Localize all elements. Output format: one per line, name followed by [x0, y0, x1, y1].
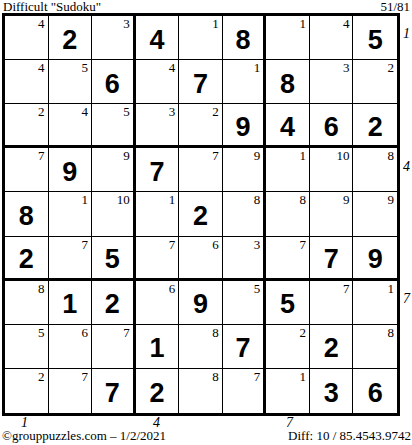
page-header: Difficult "Sudoku" 51/81: [3, 0, 410, 13]
pencil-mark: 9: [343, 192, 350, 207]
cell-r6c4[interactable]: 7: [136, 237, 180, 281]
pencil-mark: 3: [254, 237, 261, 252]
pencil-mark: 3: [343, 60, 350, 75]
cell-r8c8[interactable]: 2: [310, 325, 354, 369]
row-label-4: 4: [403, 160, 410, 174]
copyright-text: ©grouppuzzles.com – 1/2/2021: [2, 429, 166, 443]
given-digit: 2: [179, 192, 222, 235]
pencil-mark: 7: [212, 148, 219, 163]
pencil-mark: 2: [212, 104, 219, 119]
cell-r5c8[interactable]: 9: [310, 192, 354, 236]
cell-r7c5[interactable]: 9: [179, 281, 223, 325]
given-digit: 2: [92, 281, 133, 324]
pencil-mark: 7: [254, 369, 261, 384]
cell-r9c7[interactable]: 1: [266, 369, 310, 413]
cell-r1c1[interactable]: 4: [5, 16, 49, 60]
cell-r7c1[interactable]: 8: [5, 281, 49, 325]
given-digit: 5: [353, 16, 397, 59]
cell-r9c4[interactable]: 2: [136, 369, 180, 413]
cell-r4c8[interactable]: 10: [310, 148, 354, 192]
cell-r2c1[interactable]: 4: [5, 60, 49, 104]
cell-r5c3[interactable]: 10: [92, 192, 136, 236]
pencil-mark: 4: [343, 16, 350, 31]
pencil-mark: 4: [169, 60, 176, 75]
pencil-mark: 2: [388, 60, 395, 75]
given-digit: 3: [310, 369, 353, 413]
pencil-mark: 5: [38, 325, 45, 340]
pencil-mark: 9: [123, 148, 130, 163]
pencil-mark: 5: [82, 60, 89, 75]
cell-r6c6[interactable]: 3: [223, 237, 267, 281]
given-digit: 4: [136, 16, 179, 59]
given-digit: 4: [266, 104, 309, 145]
given-digit: 9: [179, 281, 222, 324]
cell-r6c3[interactable]: 5: [92, 237, 136, 281]
cell-r3c3[interactable]: 5: [92, 104, 136, 148]
cell-r4c6[interactable]: 9: [223, 148, 267, 192]
cell-r5c4[interactable]: 1: [136, 192, 180, 236]
pencil-mark: 6: [212, 237, 219, 252]
cell-r2c3[interactable]: 6: [92, 60, 136, 104]
pencil-mark: 1: [299, 369, 306, 384]
cell-r2c2[interactable]: 5: [49, 60, 93, 104]
cell-r6c8[interactable]: 7: [310, 237, 354, 281]
given-digit: 5: [266, 281, 309, 324]
pencil-mark: 7: [82, 237, 89, 252]
given-digit: 8: [5, 192, 48, 235]
cell-r9c9[interactable]: 6: [353, 369, 397, 413]
pencil-mark: 1: [254, 60, 261, 75]
pencil-mark: 8: [212, 325, 219, 340]
cell-r5c6[interactable]: 8: [223, 192, 267, 236]
cell-r5c9[interactable]: 9: [353, 192, 397, 236]
cell-r9c1[interactable]: 2: [5, 369, 49, 413]
cell-r2c6[interactable]: 1: [223, 60, 267, 104]
pencil-mark: 1: [299, 148, 306, 163]
pencil-mark: 8: [254, 192, 261, 207]
cell-r1c3[interactable]: 3: [92, 16, 136, 60]
cell-r3c5[interactable]: 2: [179, 104, 223, 148]
cell-r2c4[interactable]: 4: [136, 60, 180, 104]
cell-r7c8[interactable]: 7: [310, 281, 354, 325]
pencil-mark: 1: [82, 192, 89, 207]
pencil-mark: 4: [82, 104, 89, 119]
pencil-mark: 10: [117, 192, 130, 207]
cell-r9c6[interactable]: 7: [223, 369, 267, 413]
progress-counter: 51/81: [380, 0, 410, 13]
cell-r6c5[interactable]: 6: [179, 237, 223, 281]
cell-r8c7[interactable]: 2: [266, 325, 310, 369]
cell-r7c9[interactable]: 1: [353, 281, 397, 325]
given-digit: 7: [223, 325, 264, 368]
cell-r4c1[interactable]: 7: [5, 148, 49, 192]
cell-r7c7[interactable]: 5: [266, 281, 310, 325]
cell-r4c3[interactable]: 9: [92, 148, 136, 192]
given-digit: 6: [92, 60, 133, 103]
cell-r9c2[interactable]: 7: [49, 369, 93, 413]
cell-r1c5[interactable]: 1: [179, 16, 223, 60]
pencil-mark: 2: [38, 104, 45, 119]
cell-r4c2[interactable]: 9: [49, 148, 93, 192]
pencil-mark: 1: [299, 16, 306, 31]
given-digit: 7: [310, 237, 353, 278]
cell-r3c2[interactable]: 4: [49, 104, 93, 148]
cell-r4c5[interactable]: 7: [179, 148, 223, 192]
cell-r3c9[interactable]: 2: [353, 104, 397, 148]
cell-r6c2[interactable]: 7: [49, 237, 93, 281]
pencil-mark: 9: [254, 148, 261, 163]
pencil-mark: 1: [212, 16, 219, 31]
cell-r8c2[interactable]: 6: [49, 325, 93, 369]
cell-r1c8[interactable]: 4: [310, 16, 354, 60]
cell-r1c6[interactable]: 8: [223, 16, 267, 60]
cell-r5c1[interactable]: 8: [5, 192, 49, 236]
pencil-mark: 9: [388, 192, 395, 207]
cell-r3c8[interactable]: 6: [310, 104, 354, 148]
given-digit: 9: [49, 148, 92, 191]
cell-r3c1[interactable]: 2: [5, 104, 49, 148]
cell-r9c8[interactable]: 3: [310, 369, 354, 413]
cell-r7c6[interactable]: 5: [223, 281, 267, 325]
cell-r7c3[interactable]: 2: [92, 281, 136, 325]
given-digit: 1: [136, 325, 179, 368]
cell-r2c7[interactable]: 8: [266, 60, 310, 104]
given-digit: 5: [92, 237, 133, 278]
pencil-mark: 4: [38, 60, 45, 75]
cell-r4c4[interactable]: 7: [136, 148, 180, 192]
cell-r5c5[interactable]: 2: [179, 192, 223, 236]
cell-r6c7[interactable]: 7: [266, 237, 310, 281]
cell-r4c7[interactable]: 1: [266, 148, 310, 192]
cell-r8c1[interactable]: 5: [5, 325, 49, 369]
given-digit: 2: [5, 237, 48, 278]
cell-r6c9[interactable]: 9: [353, 237, 397, 281]
page-footer: ©grouppuzzles.com – 1/2/2021 Diff: 10 / …: [2, 429, 411, 443]
cell-r1c7[interactable]: 1: [266, 16, 310, 60]
pencil-mark: 1: [388, 281, 395, 296]
cell-r3c7[interactable]: 4: [266, 104, 310, 148]
cell-r8c3[interactable]: 7: [92, 325, 136, 369]
pencil-mark: 7: [82, 369, 89, 384]
cell-r2c5[interactable]: 7: [179, 60, 223, 104]
given-digit: 6: [353, 369, 397, 413]
sudoku-board: 4234181454564718322453294627997791108811…: [2, 13, 400, 416]
given-digit: 8: [223, 16, 264, 59]
pencil-mark: 4: [38, 16, 45, 31]
pencil-mark: 7: [123, 325, 130, 340]
given-digit: 7: [136, 148, 179, 191]
given-digit: 8: [266, 60, 309, 103]
given-digit: 2: [310, 325, 353, 368]
cell-r8c9[interactable]: 8: [353, 325, 397, 369]
given-digit: 7: [179, 60, 222, 103]
cell-r2c8[interactable]: 3: [310, 60, 354, 104]
cell-r8c4[interactable]: 1: [136, 325, 180, 369]
cell-r6c1[interactable]: 2: [5, 237, 49, 281]
cell-r1c4[interactable]: 4: [136, 16, 180, 60]
pencil-mark: 10: [336, 148, 349, 163]
pencil-mark: 7: [299, 237, 306, 252]
given-digit: 1: [49, 281, 92, 324]
cell-r9c5[interactable]: 8: [179, 369, 223, 413]
pencil-mark: 5: [254, 281, 261, 296]
pencil-mark: 2: [38, 369, 45, 384]
cell-r5c7[interactable]: 8: [266, 192, 310, 236]
cell-r3c4[interactable]: 3: [136, 104, 180, 148]
pencil-mark: 3: [123, 16, 130, 31]
row-label-7: 7: [403, 292, 410, 306]
cell-r9c3[interactable]: 7: [92, 369, 136, 413]
pencil-mark: 1: [169, 192, 176, 207]
cell-r5c2[interactable]: 1: [49, 192, 93, 236]
cell-r3c6[interactable]: 9: [223, 104, 267, 148]
cell-r8c6[interactable]: 7: [223, 325, 267, 369]
pencil-mark: 8: [299, 192, 306, 207]
pencil-mark: 2: [299, 325, 306, 340]
pencil-mark: 8: [212, 369, 219, 384]
pencil-mark: 3: [169, 104, 176, 119]
pencil-mark: 8: [388, 148, 395, 163]
pencil-mark: 7: [169, 237, 176, 252]
cell-r4c9[interactable]: 8: [353, 148, 397, 192]
cell-r7c2[interactable]: 1: [49, 281, 93, 325]
cell-r2c9[interactable]: 2: [353, 60, 397, 104]
difficulty-text: Diff: 10 / 85.4543.9742: [288, 429, 411, 443]
pencil-mark: 7: [343, 281, 350, 296]
given-digit: 6: [310, 104, 353, 145]
cell-r1c2[interactable]: 2: [49, 16, 93, 60]
row-label-1: 1: [403, 27, 410, 41]
cell-r1c9[interactable]: 5: [353, 16, 397, 60]
pencil-mark: 8: [388, 325, 395, 340]
given-digit: 9: [223, 104, 264, 145]
pencil-mark: 8: [38, 281, 45, 296]
pencil-mark: 6: [82, 325, 89, 340]
cell-r7c4[interactable]: 6: [136, 281, 180, 325]
given-digit: 7: [92, 369, 133, 413]
given-digit: 2: [136, 369, 179, 413]
given-digit: 9: [353, 237, 397, 278]
pencil-mark: 7: [38, 148, 45, 163]
given-digit: 2: [49, 16, 92, 59]
puzzle-title: Difficult "Sudoku": [3, 0, 101, 13]
pencil-mark: 6: [169, 281, 176, 296]
given-digit: 2: [353, 104, 397, 145]
cell-r8c5[interactable]: 8: [179, 325, 223, 369]
pencil-mark: 5: [123, 104, 130, 119]
